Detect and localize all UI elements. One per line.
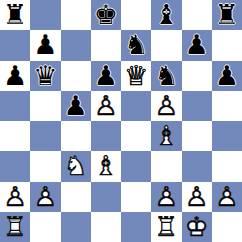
black-pawn-icon: ♟ bbox=[212, 61, 242, 90]
square-h1[interactable] bbox=[212, 212, 242, 242]
square-g7[interactable]: ♟ bbox=[182, 30, 212, 60]
square-e7[interactable]: ♞ bbox=[121, 30, 151, 60]
black-knight-icon: ♞ bbox=[121, 30, 151, 59]
piece-black-knight[interactable]: ♞ bbox=[151, 61, 181, 91]
square-a6[interactable]: ♟ bbox=[0, 61, 30, 91]
black-pawn-icon: ♟ bbox=[182, 30, 212, 59]
white-bishop-outline-icon: ♗ bbox=[91, 151, 121, 180]
piece-black-rook[interactable]: ♜ bbox=[0, 0, 30, 30]
square-f7[interactable] bbox=[151, 30, 181, 60]
square-b3[interactable] bbox=[30, 151, 60, 181]
white-knight-outline-icon: ♘ bbox=[61, 151, 91, 180]
square-h3[interactable] bbox=[212, 151, 242, 181]
black-queen-icon: ♛ bbox=[30, 61, 60, 90]
square-f8[interactable]: ♝ bbox=[151, 0, 181, 30]
piece-white-pawn[interactable]: ♟♙ bbox=[0, 182, 30, 212]
white-pawn-outline-icon: ♙ bbox=[30, 182, 60, 211]
square-g6[interactable] bbox=[182, 61, 212, 91]
black-pawn-icon: ♟ bbox=[30, 30, 60, 59]
square-f3[interactable] bbox=[151, 151, 181, 181]
piece-white-king[interactable]: ♚♔ bbox=[182, 212, 212, 242]
square-c5[interactable]: ♟ bbox=[61, 91, 91, 121]
square-g1[interactable]: ♚♔ bbox=[182, 212, 212, 242]
square-h2[interactable]: ♟♙ bbox=[212, 182, 242, 212]
square-e6[interactable]: ♛♕ bbox=[121, 61, 151, 91]
square-g3[interactable] bbox=[182, 151, 212, 181]
square-h4[interactable] bbox=[212, 121, 242, 151]
square-a5[interactable] bbox=[0, 91, 30, 121]
piece-black-pawn[interactable]: ♟ bbox=[0, 61, 30, 91]
square-a1[interactable]: ♜♖ bbox=[0, 212, 30, 242]
square-f4[interactable]: ♝♗ bbox=[151, 121, 181, 151]
white-rook-outline-icon: ♖ bbox=[0, 212, 30, 241]
piece-white-pawn[interactable]: ♟♙ bbox=[151, 182, 181, 212]
black-rook-icon: ♜ bbox=[0, 0, 30, 29]
square-d1[interactable] bbox=[91, 212, 121, 242]
square-h6[interactable]: ♟ bbox=[212, 61, 242, 91]
black-king-icon: ♚ bbox=[91, 0, 121, 29]
piece-black-pawn[interactable]: ♟ bbox=[30, 30, 60, 60]
black-pawn-icon: ♟ bbox=[0, 61, 30, 90]
piece-black-bishop[interactable]: ♝ bbox=[151, 0, 181, 30]
square-d2[interactable] bbox=[91, 182, 121, 212]
piece-black-king[interactable]: ♚ bbox=[91, 0, 121, 30]
white-king-outline-icon: ♔ bbox=[182, 212, 212, 241]
piece-white-pawn[interactable]: ♟♙ bbox=[212, 182, 242, 212]
white-pawn-outline-icon: ♙ bbox=[182, 182, 212, 211]
square-b2[interactable]: ♟♙ bbox=[30, 182, 60, 212]
piece-white-bishop[interactable]: ♝♗ bbox=[91, 151, 121, 181]
square-f1[interactable]: ♜♖ bbox=[151, 212, 181, 242]
square-d8[interactable]: ♚ bbox=[91, 0, 121, 30]
square-h7[interactable] bbox=[212, 30, 242, 60]
square-b8[interactable] bbox=[30, 0, 60, 30]
piece-white-pawn[interactable]: ♟♙ bbox=[30, 182, 60, 212]
white-queen-outline-icon: ♕ bbox=[121, 61, 151, 90]
square-a3[interactable] bbox=[0, 151, 30, 181]
square-b4[interactable] bbox=[30, 121, 60, 151]
square-b1[interactable] bbox=[30, 212, 60, 242]
square-c2[interactable] bbox=[61, 182, 91, 212]
square-e1[interactable] bbox=[121, 212, 151, 242]
white-bishop-outline-icon: ♗ bbox=[151, 121, 181, 150]
square-h5[interactable] bbox=[212, 91, 242, 121]
square-d3[interactable]: ♝♗ bbox=[91, 151, 121, 181]
square-g4[interactable] bbox=[182, 121, 212, 151]
square-c6[interactable] bbox=[61, 61, 91, 91]
piece-white-rook[interactable]: ♜♖ bbox=[151, 212, 181, 242]
piece-white-pawn[interactable]: ♟♙ bbox=[91, 91, 121, 121]
square-d7[interactable] bbox=[91, 30, 121, 60]
square-c7[interactable] bbox=[61, 30, 91, 60]
square-e5[interactable] bbox=[121, 91, 151, 121]
white-pawn-outline-icon: ♙ bbox=[212, 182, 242, 211]
black-bishop-icon: ♝ bbox=[151, 0, 181, 29]
square-b6[interactable]: ♛ bbox=[30, 61, 60, 91]
square-f2[interactable]: ♟♙ bbox=[151, 182, 181, 212]
square-a2[interactable]: ♟♙ bbox=[0, 182, 30, 212]
piece-white-knight[interactable]: ♞♘ bbox=[61, 151, 91, 181]
white-pawn-outline-icon: ♙ bbox=[151, 182, 181, 211]
square-e4[interactable] bbox=[121, 121, 151, 151]
square-c4[interactable] bbox=[61, 121, 91, 151]
square-b5[interactable] bbox=[30, 91, 60, 121]
square-h8[interactable]: ♜ bbox=[212, 0, 242, 30]
piece-black-queen[interactable]: ♛ bbox=[30, 61, 60, 91]
black-rook-icon: ♜ bbox=[212, 0, 242, 29]
square-b7[interactable]: ♟ bbox=[30, 30, 60, 60]
piece-black-pawn[interactable]: ♟ bbox=[91, 61, 121, 91]
piece-black-pawn[interactable]: ♟ bbox=[182, 30, 212, 60]
piece-black-rook[interactable]: ♜ bbox=[212, 0, 242, 30]
square-d6[interactable]: ♟ bbox=[91, 61, 121, 91]
white-pawn-outline-icon: ♙ bbox=[91, 91, 121, 120]
square-g5[interactable] bbox=[182, 91, 212, 121]
black-pawn-icon: ♟ bbox=[61, 91, 91, 120]
black-knight-icon: ♞ bbox=[151, 61, 181, 90]
white-rook-outline-icon: ♖ bbox=[151, 212, 181, 241]
piece-black-pawn[interactable]: ♟ bbox=[212, 61, 242, 91]
piece-white-pawn[interactable]: ♟♙ bbox=[182, 182, 212, 212]
square-c8[interactable] bbox=[61, 0, 91, 30]
white-pawn-outline-icon: ♙ bbox=[0, 182, 30, 211]
chess-board: ♜♚♝♜♟♞♟♟♛♟♛♕♞♟♟♟♙♟♙♝♗♞♘♝♗♟♙♟♙♟♙♟♙♟♙♜♖♜♖♚… bbox=[0, 0, 242, 242]
piece-white-rook[interactable]: ♜♖ bbox=[0, 212, 30, 242]
square-f5[interactable]: ♟♙ bbox=[151, 91, 181, 121]
square-e8[interactable] bbox=[121, 0, 151, 30]
piece-black-pawn[interactable]: ♟ bbox=[61, 91, 91, 121]
square-c1[interactable] bbox=[61, 212, 91, 242]
square-a4[interactable] bbox=[0, 121, 30, 151]
square-d4[interactable] bbox=[91, 121, 121, 151]
square-a7[interactable] bbox=[0, 30, 30, 60]
piece-white-bishop[interactable]: ♝♗ bbox=[151, 121, 181, 151]
square-e3[interactable] bbox=[121, 151, 151, 181]
square-d5[interactable]: ♟♙ bbox=[91, 91, 121, 121]
square-a8[interactable]: ♜ bbox=[0, 0, 30, 30]
black-pawn-icon: ♟ bbox=[91, 61, 121, 90]
piece-white-pawn[interactable]: ♟♙ bbox=[151, 91, 181, 121]
piece-white-queen[interactable]: ♛♕ bbox=[121, 61, 151, 91]
square-e2[interactable] bbox=[121, 182, 151, 212]
square-c3[interactable]: ♞♘ bbox=[61, 151, 91, 181]
piece-black-knight[interactable]: ♞ bbox=[121, 30, 151, 60]
square-f6[interactable]: ♞ bbox=[151, 61, 181, 91]
square-g8[interactable] bbox=[182, 0, 212, 30]
square-g2[interactable]: ♟♙ bbox=[182, 182, 212, 212]
white-pawn-outline-icon: ♙ bbox=[151, 91, 181, 120]
